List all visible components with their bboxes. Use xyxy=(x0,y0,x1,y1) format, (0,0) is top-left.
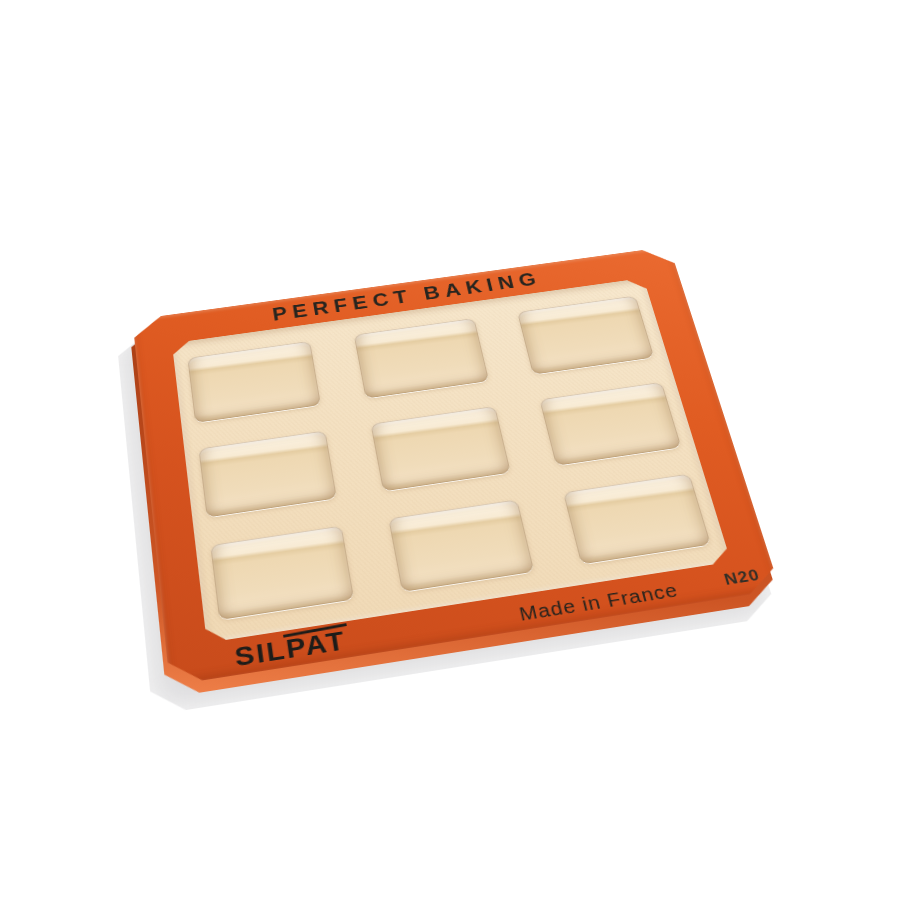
product-photo-stage: PERFECT BAKING SILPAT Made in France N20 xyxy=(0,0,920,920)
baking-mat: PERFECT BAKING SILPAT Made in France N20 xyxy=(132,246,780,685)
